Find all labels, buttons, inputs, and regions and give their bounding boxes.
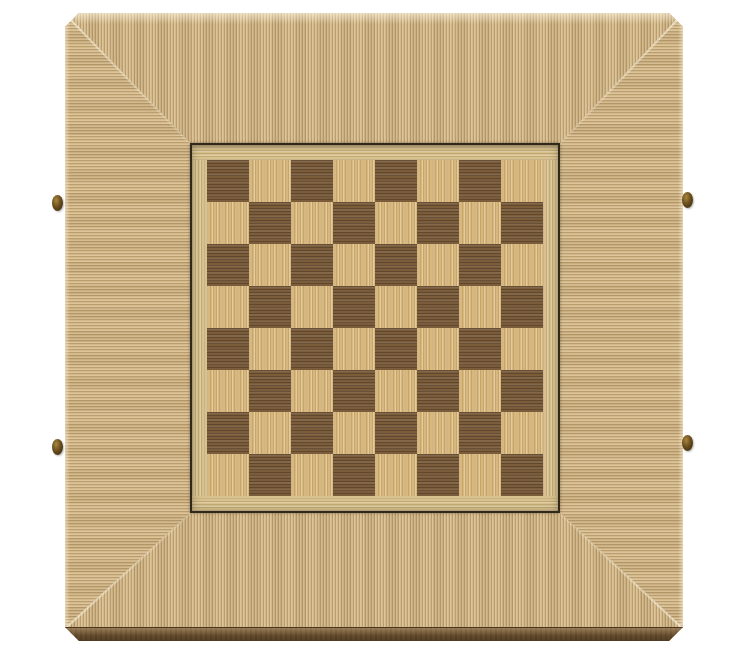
square-c4[interactable] [291, 328, 333, 370]
square-c6[interactable] [291, 244, 333, 286]
square-c1[interactable] [291, 454, 333, 496]
brass-knob-right-top [682, 192, 693, 208]
square-b1[interactable] [249, 454, 291, 496]
square-g5[interactable] [459, 286, 501, 328]
table-top-edge-highlight [65, 13, 683, 24]
square-f4[interactable] [417, 328, 459, 370]
square-a1[interactable] [207, 454, 249, 496]
square-b4[interactable] [249, 328, 291, 370]
square-e3[interactable] [375, 370, 417, 412]
square-a6[interactable] [207, 244, 249, 286]
square-a5[interactable] [207, 286, 249, 328]
square-f1[interactable] [417, 454, 459, 496]
square-g7[interactable] [459, 202, 501, 244]
square-c8[interactable] [291, 160, 333, 202]
square-f2[interactable] [417, 412, 459, 454]
square-b3[interactable] [249, 370, 291, 412]
square-e7[interactable] [375, 202, 417, 244]
square-e4[interactable] [375, 328, 417, 370]
brass-knob-left-bottom [52, 439, 63, 455]
square-a4[interactable] [207, 328, 249, 370]
square-d8[interactable] [333, 160, 375, 202]
square-e6[interactable] [375, 244, 417, 286]
square-b6[interactable] [249, 244, 291, 286]
square-h6[interactable] [501, 244, 543, 286]
square-h8[interactable] [501, 160, 543, 202]
square-d1[interactable] [333, 454, 375, 496]
square-b7[interactable] [249, 202, 291, 244]
square-g1[interactable] [459, 454, 501, 496]
square-g4[interactable] [459, 328, 501, 370]
square-h5[interactable] [501, 286, 543, 328]
square-f3[interactable] [417, 370, 459, 412]
square-a3[interactable] [207, 370, 249, 412]
square-g3[interactable] [459, 370, 501, 412]
square-c5[interactable] [291, 286, 333, 328]
square-h4[interactable] [501, 328, 543, 370]
square-g2[interactable] [459, 412, 501, 454]
board-border-right [543, 160, 558, 496]
square-f7[interactable] [417, 202, 459, 244]
square-a7[interactable] [207, 202, 249, 244]
square-e2[interactable] [375, 412, 417, 454]
board-border-top [192, 145, 558, 160]
board-panel [190, 143, 560, 513]
square-a2[interactable] [207, 412, 249, 454]
square-d6[interactable] [333, 244, 375, 286]
square-d2[interactable] [333, 412, 375, 454]
board-border-bottom [192, 496, 558, 511]
square-c2[interactable] [291, 412, 333, 454]
square-c7[interactable] [291, 202, 333, 244]
square-b2[interactable] [249, 412, 291, 454]
square-h2[interactable] [501, 412, 543, 454]
square-d5[interactable] [333, 286, 375, 328]
square-a8[interactable] [207, 160, 249, 202]
table-right-edge-highlight [678, 13, 683, 628]
square-d4[interactable] [333, 328, 375, 370]
square-g6[interactable] [459, 244, 501, 286]
photo-canvas [0, 0, 750, 665]
square-d3[interactable] [333, 370, 375, 412]
square-b5[interactable] [249, 286, 291, 328]
brass-knob-right-bottom [682, 435, 693, 451]
square-g8[interactable] [459, 160, 501, 202]
square-d7[interactable] [333, 202, 375, 244]
square-e8[interactable] [375, 160, 417, 202]
square-h3[interactable] [501, 370, 543, 412]
square-c3[interactable] [291, 370, 333, 412]
chessboard [207, 160, 543, 496]
brass-knob-left-top [52, 195, 63, 211]
table-front-edge [65, 627, 683, 641]
square-f8[interactable] [417, 160, 459, 202]
square-f5[interactable] [417, 286, 459, 328]
square-h1[interactable] [501, 454, 543, 496]
square-e5[interactable] [375, 286, 417, 328]
square-f6[interactable] [417, 244, 459, 286]
square-e1[interactable] [375, 454, 417, 496]
board-border-left [192, 160, 207, 496]
game-table-top [65, 13, 683, 641]
table-left-edge-highlight [65, 13, 70, 628]
square-b8[interactable] [249, 160, 291, 202]
square-h7[interactable] [501, 202, 543, 244]
